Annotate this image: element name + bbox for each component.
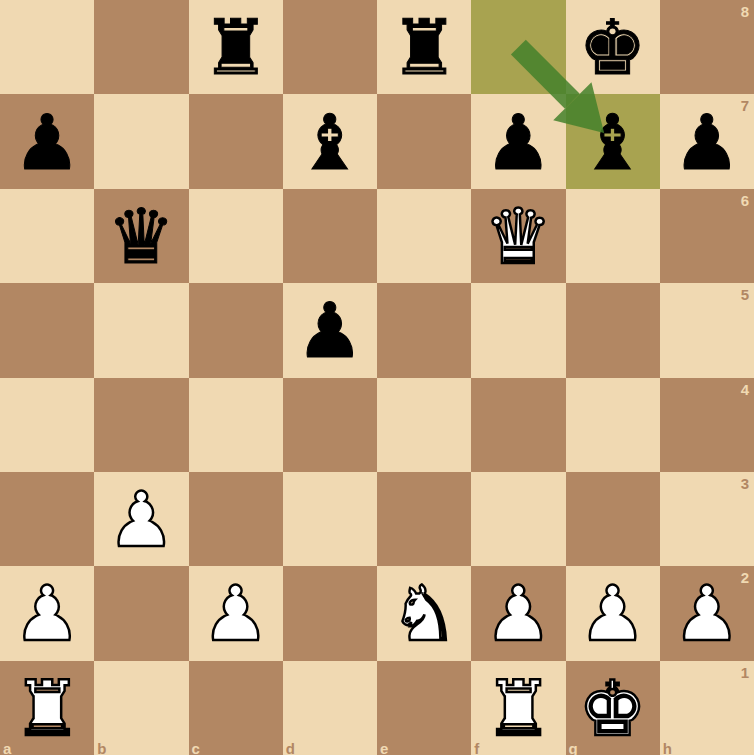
file-label-e: e	[380, 741, 388, 755]
square-g8[interactable]: ♚	[566, 0, 660, 94]
rank-label-3: 3	[741, 476, 749, 491]
file-label-d: d	[286, 741, 295, 755]
piece-black-king[interactable]: ♚	[579, 10, 647, 86]
piece-black-rook[interactable]: ♜	[390, 10, 458, 86]
square-c3[interactable]	[189, 472, 283, 566]
piece-black-bishop[interactable]: ♝	[296, 105, 364, 181]
square-g2[interactable]: ♟	[566, 566, 660, 660]
square-a4[interactable]	[0, 378, 94, 472]
rank-label-5: 5	[741, 287, 749, 302]
square-c8[interactable]: ♜	[189, 0, 283, 94]
square-h3[interactable]: 3	[660, 472, 754, 566]
square-d1[interactable]: d	[283, 661, 377, 755]
square-b3[interactable]: ♟	[94, 472, 188, 566]
square-b8[interactable]	[94, 0, 188, 94]
square-h2[interactable]: ♟2	[660, 566, 754, 660]
file-label-b: b	[97, 741, 106, 755]
square-f2[interactable]: ♟	[471, 566, 565, 660]
square-h8[interactable]: 8	[660, 0, 754, 94]
square-c1[interactable]: c	[189, 661, 283, 755]
square-d3[interactable]	[283, 472, 377, 566]
square-d6[interactable]	[283, 189, 377, 283]
square-e6[interactable]	[377, 189, 471, 283]
piece-white-pawn[interactable]: ♟	[13, 576, 81, 652]
piece-black-queen[interactable]: ♛	[107, 199, 175, 275]
square-g6[interactable]	[566, 189, 660, 283]
square-c2[interactable]: ♟	[189, 566, 283, 660]
square-d8[interactable]	[283, 0, 377, 94]
square-f5[interactable]	[471, 283, 565, 377]
square-b7[interactable]	[94, 94, 188, 188]
piece-white-pawn[interactable]: ♟	[579, 576, 647, 652]
square-e3[interactable]	[377, 472, 471, 566]
square-g7[interactable]: ♝	[566, 94, 660, 188]
square-d7[interactable]: ♝	[283, 94, 377, 188]
piece-black-pawn[interactable]: ♟	[484, 105, 552, 181]
file-label-c: c	[192, 741, 200, 755]
square-d4[interactable]	[283, 378, 377, 472]
piece-white-pawn[interactable]: ♟	[673, 576, 741, 652]
square-a7[interactable]: ♟	[0, 94, 94, 188]
square-f4[interactable]	[471, 378, 565, 472]
square-d2[interactable]	[283, 566, 377, 660]
square-a1[interactable]: ♜a	[0, 661, 94, 755]
square-a6[interactable]	[0, 189, 94, 283]
square-c4[interactable]	[189, 378, 283, 472]
square-g3[interactable]	[566, 472, 660, 566]
square-b2[interactable]	[94, 566, 188, 660]
square-b1[interactable]: b	[94, 661, 188, 755]
square-f7[interactable]: ♟	[471, 94, 565, 188]
chess-board: ♜♜♚8♟♝♟♝♟7♛♛6♟54♟3♟♟♞♟♟♟2♜abcde♜f♚g1h	[0, 0, 754, 755]
rank-label-6: 6	[741, 193, 749, 208]
piece-white-rook[interactable]: ♜	[13, 671, 81, 747]
square-d5[interactable]: ♟	[283, 283, 377, 377]
square-e7[interactable]	[377, 94, 471, 188]
file-label-g: g	[569, 741, 578, 755]
piece-white-pawn[interactable]: ♟	[107, 482, 175, 558]
square-f6[interactable]: ♛	[471, 189, 565, 283]
square-h4[interactable]: 4	[660, 378, 754, 472]
square-a5[interactable]	[0, 283, 94, 377]
piece-white-knight[interactable]: ♞	[390, 576, 458, 652]
piece-white-pawn[interactable]: ♟	[484, 576, 552, 652]
square-h1[interactable]: 1h	[660, 661, 754, 755]
square-e4[interactable]	[377, 378, 471, 472]
piece-black-bishop[interactable]: ♝	[579, 105, 647, 181]
file-label-h: h	[663, 741, 672, 755]
piece-white-rook[interactable]: ♜	[484, 671, 552, 747]
square-e5[interactable]	[377, 283, 471, 377]
square-h7[interactable]: ♟7	[660, 94, 754, 188]
rank-label-1: 1	[741, 665, 749, 680]
square-a8[interactable]	[0, 0, 94, 94]
square-h5[interactable]: 5	[660, 283, 754, 377]
square-a3[interactable]	[0, 472, 94, 566]
piece-black-pawn[interactable]: ♟	[296, 293, 364, 369]
square-b4[interactable]	[94, 378, 188, 472]
square-c6[interactable]	[189, 189, 283, 283]
square-h6[interactable]: 6	[660, 189, 754, 283]
square-e8[interactable]: ♜	[377, 0, 471, 94]
file-label-f: f	[474, 741, 479, 755]
piece-black-rook[interactable]: ♜	[202, 10, 270, 86]
square-g4[interactable]	[566, 378, 660, 472]
board-grid: ♜♜♚8♟♝♟♝♟7♛♛6♟54♟3♟♟♞♟♟♟2♜abcde♜f♚g1h	[0, 0, 754, 755]
square-b5[interactable]	[94, 283, 188, 377]
square-e1[interactable]: e	[377, 661, 471, 755]
square-c7[interactable]	[189, 94, 283, 188]
rank-label-2: 2	[741, 570, 749, 585]
piece-white-king[interactable]: ♚	[579, 671, 647, 747]
file-label-a: a	[3, 741, 11, 755]
square-b6[interactable]: ♛	[94, 189, 188, 283]
square-c5[interactable]	[189, 283, 283, 377]
piece-white-pawn[interactable]: ♟	[202, 576, 270, 652]
square-f1[interactable]: ♜f	[471, 661, 565, 755]
square-g5[interactable]	[566, 283, 660, 377]
square-a2[interactable]: ♟	[0, 566, 94, 660]
rank-label-4: 4	[741, 382, 749, 397]
piece-white-queen[interactable]: ♛	[484, 199, 552, 275]
rank-label-8: 8	[741, 4, 749, 19]
piece-black-pawn[interactable]: ♟	[673, 105, 741, 181]
piece-black-pawn[interactable]: ♟	[13, 105, 81, 181]
square-f8[interactable]	[471, 0, 565, 94]
square-f3[interactable]	[471, 472, 565, 566]
square-e2[interactable]: ♞	[377, 566, 471, 660]
rank-label-7: 7	[741, 98, 749, 113]
square-g1[interactable]: ♚g	[566, 661, 660, 755]
